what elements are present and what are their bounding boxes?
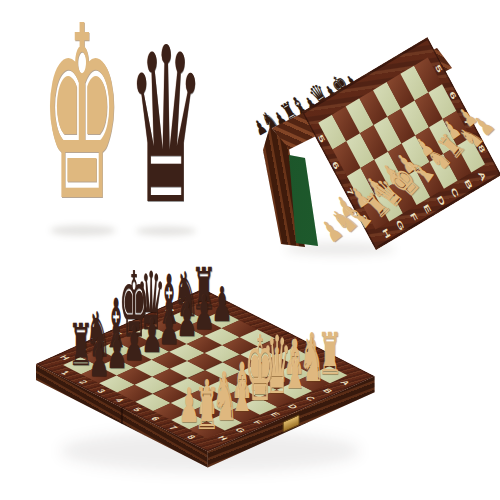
folded-board-front-half: 55667788HGFEDCBA xyxy=(302,37,500,250)
open-board-top: 12345678HHGGFFEEDDCCBBAA xyxy=(36,289,375,452)
shadow-loose-queen xyxy=(136,226,196,236)
loose-white-king-piece: ♚ xyxy=(41,0,123,234)
back-dark-piece: ♟ xyxy=(251,116,270,139)
shadow-loose-king xyxy=(50,225,116,236)
brass-clasp xyxy=(283,414,299,432)
product-photo: ♚ ♛ ♟♞♟♜♝♟♛♟♚♟ 55667788HGFEDCBA ♟♞♟♝♟♜♟♛… xyxy=(0,0,500,500)
hinge-gap xyxy=(121,407,123,424)
loose-dark-queen-piece: ♛ xyxy=(127,19,204,234)
folded-board-squares xyxy=(318,58,485,230)
